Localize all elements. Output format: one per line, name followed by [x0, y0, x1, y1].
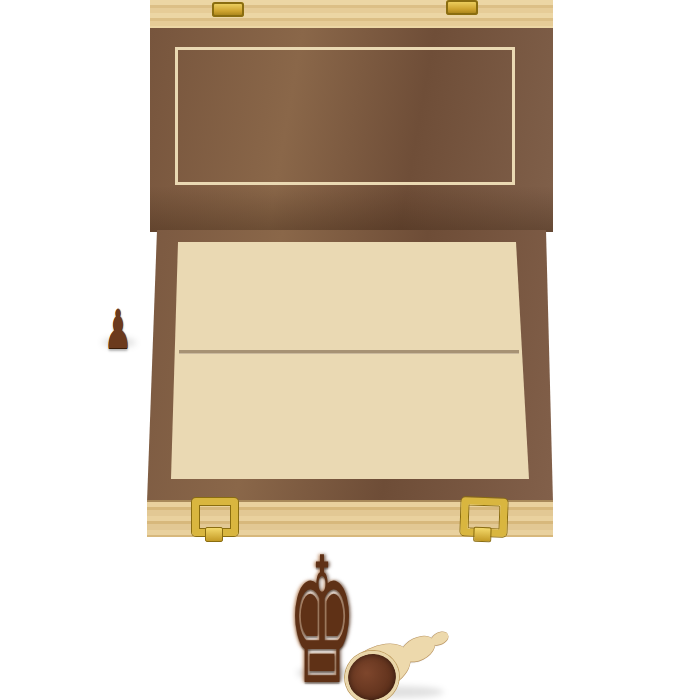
lid-checkerboard: [178, 50, 512, 182]
clasp-icon: [192, 498, 238, 536]
fold-seam: [179, 350, 519, 354]
board-lid: [150, 0, 553, 232]
border-inlay: [168, 240, 532, 482]
clasp-icon: [460, 497, 507, 537]
lid-walnut-frame: [150, 28, 553, 232]
off-board-black-pawn: ♟: [104, 303, 132, 357]
lid-top-edge: [150, 0, 553, 30]
hinge-icon: [446, 0, 478, 15]
product-photo: ♟ ♚ ♟: [0, 0, 700, 700]
hinge-icon: [212, 2, 244, 17]
